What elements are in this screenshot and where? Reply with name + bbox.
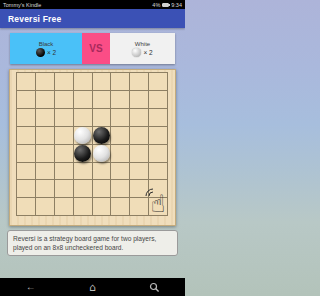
device-name: Tommy's Kindle: [3, 2, 41, 8]
game-description: Reversi is a strategy board game for two…: [7, 230, 178, 256]
board-cell-d4[interactable]: [74, 127, 92, 144]
board-cell-e6[interactable]: [93, 163, 111, 180]
tap-arc-icon: [144, 188, 156, 200]
board-cell-d5[interactable]: [74, 145, 92, 162]
board-cell-f3[interactable]: [111, 109, 129, 126]
white-count: × 2: [143, 49, 152, 56]
board-cell-e3[interactable]: [93, 109, 111, 126]
board-cell-b7[interactable]: [36, 180, 54, 197]
black-label: Black: [39, 41, 54, 47]
board-cell-f5[interactable]: [111, 145, 129, 162]
tap-hand-icon: ☝: [145, 189, 171, 221]
board-cell-g3[interactable]: [130, 109, 148, 126]
board-cell-c2[interactable]: [55, 91, 73, 108]
board-cell-d1[interactable]: [74, 73, 92, 90]
status-bar: Tommy's Kindle 4% 9:34: [0, 0, 185, 9]
board-cell-a2[interactable]: [17, 91, 35, 108]
board-cell-h6[interactable]: [149, 163, 167, 180]
board-cell-f1[interactable]: [111, 73, 129, 90]
board-cell-g2[interactable]: [130, 91, 148, 108]
board-cell-d8[interactable]: [74, 198, 92, 215]
board-cell-b2[interactable]: [36, 91, 54, 108]
board-cell-b8[interactable]: [36, 198, 54, 215]
black-stone: [74, 145, 91, 162]
reversi-board[interactable]: ☝: [9, 69, 176, 226]
board-cell-e8[interactable]: [93, 198, 111, 215]
board-cell-a6[interactable]: [17, 163, 35, 180]
clock: 9:34: [171, 2, 182, 8]
board-cell-h1[interactable]: [149, 73, 167, 90]
board-cell-e4[interactable]: [93, 127, 111, 144]
board-cell-f4[interactable]: [111, 127, 129, 144]
board-cell-a5[interactable]: [17, 145, 35, 162]
search-icon: [149, 282, 160, 293]
black-stone: [93, 127, 110, 144]
board-cell-c5[interactable]: [55, 145, 73, 162]
board-cell-a3[interactable]: [17, 109, 35, 126]
black-score-panel: Black × 2: [10, 33, 82, 64]
board-cell-c1[interactable]: [55, 73, 73, 90]
board-cell-g4[interactable]: [130, 127, 148, 144]
board-cell-c4[interactable]: [55, 127, 73, 144]
board-cell-h4[interactable]: [149, 127, 167, 144]
board-cell-b3[interactable]: [36, 109, 54, 126]
board-cell-e2[interactable]: [93, 91, 111, 108]
board-cell-h3[interactable]: [149, 109, 167, 126]
battery-icon: [162, 3, 169, 7]
board-cell-b1[interactable]: [36, 73, 54, 90]
black-stone-icon: [36, 48, 45, 57]
board-cell-f8[interactable]: [111, 198, 129, 215]
board-cell-h2[interactable]: [149, 91, 167, 108]
home-button[interactable]: ⌂: [62, 278, 124, 296]
white-stone: [93, 145, 110, 162]
board-cell-f2[interactable]: [111, 91, 129, 108]
board-cell-d6[interactable]: [74, 163, 92, 180]
board-cell-g6[interactable]: [130, 163, 148, 180]
game-description-text: Reversi is a strategy board game for two…: [13, 235, 156, 251]
board-cell-g5[interactable]: [130, 145, 148, 162]
board-cell-b5[interactable]: [36, 145, 54, 162]
board-cell-a8[interactable]: [17, 198, 35, 215]
white-score-panel: White × 2: [110, 33, 175, 64]
board-cell-g1[interactable]: [130, 73, 148, 90]
board-cell-d3[interactable]: [74, 109, 92, 126]
vs-badge: VS: [82, 33, 110, 64]
board-cell-d7[interactable]: [74, 180, 92, 197]
android-nav-bar: ← ⌂: [0, 278, 185, 296]
board-cell-f6[interactable]: [111, 163, 129, 180]
board-cell-f7[interactable]: [111, 180, 129, 197]
board-cell-c3[interactable]: [55, 109, 73, 126]
back-button[interactable]: ←: [0, 278, 62, 296]
battery-percent: 4%: [152, 2, 160, 8]
board-cell-b6[interactable]: [36, 163, 54, 180]
board-cell-a4[interactable]: [17, 127, 35, 144]
white-stone-icon: [132, 48, 141, 57]
back-icon: ←: [26, 282, 36, 292]
vs-label: VS: [89, 43, 102, 54]
board-cell-e5[interactable]: [93, 145, 111, 162]
search-button[interactable]: [123, 278, 185, 296]
page-title: Reversi Free: [8, 14, 61, 24]
board-cell-d2[interactable]: [74, 91, 92, 108]
home-icon: ⌂: [89, 282, 96, 293]
board-cell-b4[interactable]: [36, 127, 54, 144]
white-label: White: [135, 41, 150, 47]
white-stone: [74, 127, 91, 144]
board-cell-a7[interactable]: [17, 180, 35, 197]
board-cell-c8[interactable]: [55, 198, 73, 215]
black-count: × 2: [47, 49, 56, 56]
board-cell-c6[interactable]: [55, 163, 73, 180]
app-title-bar: Reversi Free: [0, 9, 185, 28]
board-cell-h5[interactable]: [149, 145, 167, 162]
board-cell-e1[interactable]: [93, 73, 111, 90]
board-cell-a1[interactable]: [17, 73, 35, 90]
scoreboard: Black × 2 VS White × 2: [10, 33, 175, 64]
board-cell-c7[interactable]: [55, 180, 73, 197]
board-cell-e7[interactable]: [93, 180, 111, 197]
